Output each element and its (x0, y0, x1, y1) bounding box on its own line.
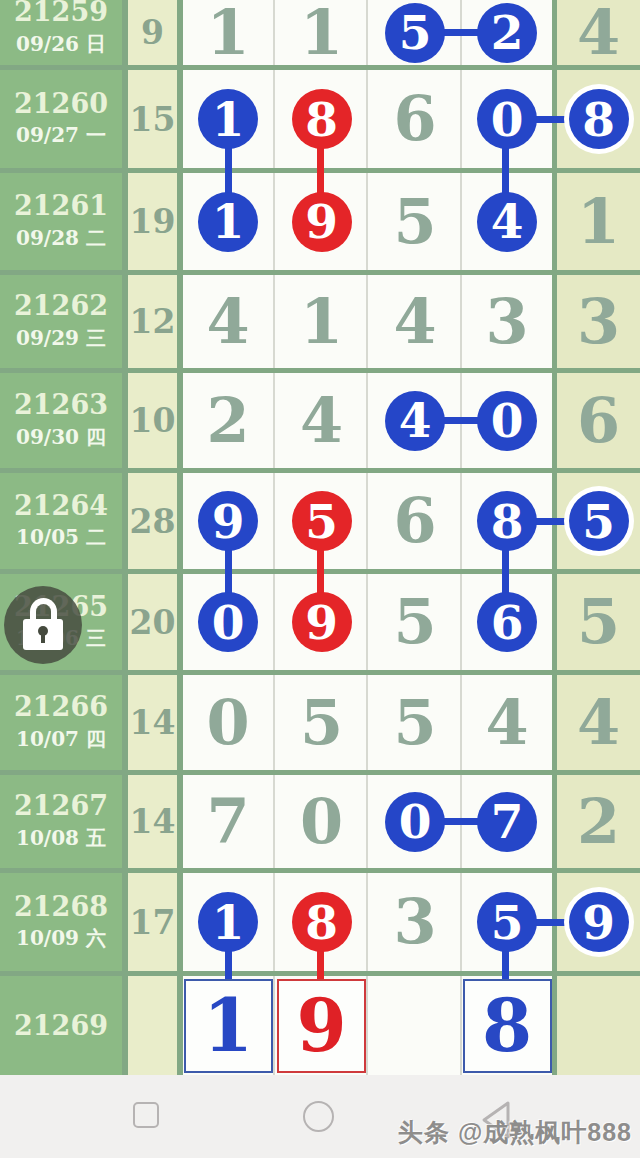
digit-plain: 2 (206, 390, 249, 452)
digit-plain: 7 (206, 791, 249, 853)
digit-circle-blue: 7 (477, 792, 537, 852)
digit-circle-red: 5 (292, 491, 352, 551)
digit-circle-blue: 8 (477, 491, 537, 551)
date-label: 09/28 二 (16, 225, 106, 252)
digit-cell: 0 (183, 675, 273, 770)
sum-cell: 14 (128, 675, 177, 770)
digit-circle-blue: 1 (198, 192, 258, 252)
period-label: 21264 (14, 491, 108, 521)
prediction-box-blue: 1 (184, 979, 273, 1073)
sum-value: 14 (130, 802, 176, 841)
period-label: 21269 (14, 1011, 108, 1041)
period-label: 21267 (14, 791, 108, 821)
digit-cell: 4 (273, 373, 368, 468)
date-label: 10/05 二 (16, 524, 106, 551)
digit-plain: 4 (577, 2, 620, 64)
period-label: 21259 (14, 0, 108, 27)
draw-row-21259: 2125909/26 日911524 (0, 0, 640, 70)
period-date-cell: 2126009/27 一 (0, 70, 122, 168)
period-date-cell: 2126410/05 二 (0, 473, 122, 569)
android-navbar: 头条 @成熟枫叶888 (0, 1075, 640, 1158)
period-date-cell: 2126710/08 五 (0, 775, 122, 868)
date-label: 10/07 四 (16, 726, 106, 753)
digit-cell: 5 (557, 473, 640, 569)
digit-circle-blue: 0 (385, 792, 445, 852)
draw-row-21262: 2126209/29 三1241433 (0, 275, 640, 373)
period-date-cell: 2126810/09 六 (0, 873, 122, 971)
digit-circle-blue: 4 (477, 192, 537, 252)
lock-keystem (41, 632, 45, 643)
digit-cell: 1 (273, 275, 368, 368)
date-label: 09/29 三 (16, 325, 106, 352)
digit-plain: 3 (577, 291, 620, 353)
sum-value: 10 (130, 401, 176, 440)
digit-circle-blue-ringed: 5 (569, 491, 629, 551)
digit-circle-blue: 4 (385, 391, 445, 451)
sum-value: 9 (141, 13, 164, 52)
lottery-trend-chart-screen: 2125909/26 日9115242126009/27 一1518608212… (0, 0, 640, 1158)
digit-cell: 8 (557, 70, 640, 168)
digit-cell: 6 (366, 473, 462, 569)
digit-cell: 8 (460, 976, 552, 1076)
digit-circle-blue: 5 (477, 892, 537, 952)
digit-plain: 5 (577, 591, 620, 653)
sum-cell: 12 (128, 275, 177, 368)
digit-circle-red: 9 (292, 592, 352, 652)
digit-circle-red: 9 (292, 192, 352, 252)
sum-value: 17 (130, 903, 176, 942)
digit-cell: 2 (557, 775, 640, 868)
digit-plain: 6 (393, 490, 436, 552)
digit-circle-blue: 1 (198, 892, 258, 952)
digit-circle-red: 8 (292, 89, 352, 149)
watermark: 头条 @成熟枫叶888 (398, 1116, 632, 1149)
period-label: 21261 (14, 191, 108, 221)
period-date-cell: 21269 (0, 976, 122, 1076)
digit-plain: 4 (206, 291, 249, 353)
date-label: 10/09 六 (16, 925, 106, 952)
digit-plain: 0 (300, 791, 343, 853)
digit-cell: 1 (273, 0, 368, 65)
digit-cell: 7 (183, 775, 273, 868)
digit-plain: 3 (485, 291, 528, 353)
home-circle-icon[interactable] (303, 1101, 334, 1132)
digit-cell: 3 (460, 275, 552, 368)
digit-circle-blue: 2 (477, 3, 537, 63)
sum-value: 12 (130, 302, 176, 341)
sum-cell: 28 (128, 473, 177, 569)
digit-cell: 3 (366, 873, 462, 971)
sum-cell: 15 (128, 70, 177, 168)
digit-cell: 4 (183, 275, 273, 368)
digit-plain: 4 (393, 291, 436, 353)
period-label: 21260 (14, 89, 108, 119)
digit-cell: 5 (366, 574, 462, 670)
digit-cell: 4 (557, 675, 640, 770)
digit-plain: 4 (577, 692, 620, 754)
digit-cell: 4 (460, 675, 552, 770)
digit-plain: 5 (300, 692, 343, 754)
digit-circle-blue: 1 (198, 89, 258, 149)
period-label: 21266 (14, 692, 108, 722)
trend-chart-grid: 2125909/26 日9115242126009/27 一1518608212… (0, 0, 640, 1076)
digit-circle-blue: 0 (198, 592, 258, 652)
draw-row-21266: 2126610/07 四1405544 (0, 675, 640, 775)
date-label: 09/30 四 (16, 424, 106, 451)
digit-plain: 5 (393, 191, 436, 253)
digit-plain: 6 (393, 88, 436, 150)
sum-value: 14 (130, 703, 176, 742)
digit-circle-blue: 0 (477, 89, 537, 149)
lock-body (23, 619, 63, 650)
digit-cell: 0 (273, 775, 368, 868)
digit-plain: 5 (393, 591, 436, 653)
digit-cell: 2 (183, 373, 273, 468)
digit-plain: 1 (300, 291, 343, 353)
draw-row-21267: 2126710/08 五1470072 (0, 775, 640, 873)
prediction-box-blue: 8 (463, 979, 552, 1073)
period-label: 21268 (14, 892, 108, 922)
digit-plain: 4 (300, 390, 343, 452)
digit-cell: 5 (557, 574, 640, 670)
prediction-row-21269: 21269198 (0, 976, 640, 1076)
digit-plain: 6 (577, 390, 620, 452)
digit-plain: 1 (577, 191, 620, 253)
digit-circle-blue: 9 (198, 491, 258, 551)
digit-plain: 4 (485, 692, 528, 754)
digit-cell: 3 (557, 275, 640, 368)
period-date-cell: 2126309/30 四 (0, 373, 122, 468)
prediction-box-red: 9 (277, 979, 366, 1073)
digit-circle-blue: 0 (477, 391, 537, 451)
digit-cell: 5 (273, 675, 368, 770)
digit-cell (557, 976, 640, 1076)
digit-cell: 6 (557, 373, 640, 468)
digit-cell: 1 (183, 976, 273, 1076)
period-label: 21262 (14, 291, 108, 321)
digit-plain: 5 (393, 692, 436, 754)
sum-cell (128, 976, 177, 1076)
digit-cell (366, 976, 462, 1076)
sum-cell: 20 (128, 574, 177, 670)
period-date-cell: 2126610/07 四 (0, 675, 122, 770)
sum-cell: 9 (128, 0, 177, 65)
digit-plain: 2 (577, 791, 620, 853)
digit-cell: 1 (557, 173, 640, 270)
sum-value: 20 (130, 603, 176, 642)
sum-value: 19 (130, 202, 176, 241)
digit-circle-blue: 6 (477, 592, 537, 652)
digit-cell: 9 (557, 873, 640, 971)
period-date-cell: 2126109/28 二 (0, 173, 122, 270)
draw-row-21263: 2126309/30 四1024406 (0, 373, 640, 473)
date-label: 09/26 日 (16, 31, 106, 58)
digit-cell: 5 (366, 675, 462, 770)
digit-cell: 4 (557, 0, 640, 65)
sum-cell: 19 (128, 173, 177, 270)
period-date-cell: 2126209/29 三 (0, 275, 122, 368)
digit-circle-blue-ringed: 8 (569, 89, 629, 149)
digit-cell: 4 (366, 275, 462, 368)
digit-plain: 1 (300, 2, 343, 64)
sum-cell: 17 (128, 873, 177, 971)
digit-plain: 3 (393, 891, 436, 953)
period-label: 21263 (14, 390, 108, 420)
digit-plain: 1 (206, 2, 249, 64)
digit-cell: 9 (273, 976, 368, 1076)
date-label: 10/08 五 (16, 825, 106, 852)
date-label: 09/27 一 (16, 122, 106, 149)
digit-circle-blue-ringed: 9 (569, 892, 629, 952)
digit-cell: 1 (183, 0, 273, 65)
digit-circle-blue: 5 (385, 3, 445, 63)
lock-icon[interactable] (4, 586, 82, 664)
digit-cell: 6 (366, 70, 462, 168)
sum-cell: 10 (128, 373, 177, 468)
recents-square-icon[interactable] (133, 1102, 159, 1128)
sum-cell: 14 (128, 775, 177, 868)
period-date-cell: 2125909/26 日 (0, 0, 122, 65)
digit-cell: 5 (366, 173, 462, 270)
sum-value: 15 (130, 100, 176, 139)
digit-plain: 0 (206, 692, 249, 754)
sum-value: 28 (130, 502, 176, 541)
digit-circle-red: 8 (292, 892, 352, 952)
